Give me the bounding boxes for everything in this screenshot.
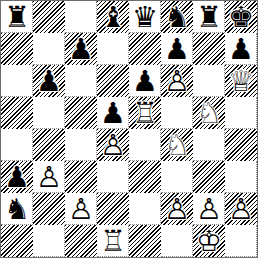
piece-halo: ♜ [193, 1, 225, 33]
square-f5[interactable] [161, 97, 193, 129]
square-g2[interactable]: ♟♙ [193, 193, 225, 225]
black-pawn-icon: ♟ [33, 65, 65, 97]
piece-halo: ♚ [225, 1, 257, 33]
square-c1[interactable] [65, 225, 97, 257]
piece-halo: ♟ [161, 193, 193, 225]
square-a4[interactable] [1, 129, 33, 161]
square-d5[interactable]: ♟♟ [97, 97, 129, 129]
chess-board: ♜♜♝♝♛♛♞♞♜♜♚♚♟♟♟♟♟♟♟♟♟♟♟♙♛♕♟♟♜♖♞♘♟♙♞♘♟♟♟♙… [0, 0, 258, 258]
square-b3[interactable]: ♟♙ [33, 161, 65, 193]
square-e8[interactable]: ♛♛ [129, 1, 161, 33]
white-pawn-icon: ♙ [65, 193, 97, 225]
square-d6[interactable] [97, 65, 129, 97]
piece-halo: ♟ [97, 97, 129, 129]
piece-halo: ♜ [129, 97, 161, 129]
square-g7[interactable] [193, 33, 225, 65]
square-h8[interactable]: ♚♚ [225, 1, 257, 33]
piece-halo: ♟ [1, 161, 33, 193]
piece-halo: ♟ [193, 193, 225, 225]
white-rook-icon: ♖ [97, 225, 129, 257]
black-rook-icon: ♜ [193, 1, 225, 33]
square-f1[interactable] [161, 225, 193, 257]
white-queen-icon: ♕ [225, 65, 257, 97]
square-g8[interactable]: ♜♜ [193, 1, 225, 33]
piece-halo: ♟ [97, 129, 129, 161]
square-g5[interactable]: ♞♘ [193, 97, 225, 129]
black-bishop-icon: ♝ [97, 1, 129, 33]
square-c3[interactable] [65, 161, 97, 193]
square-h5[interactable] [225, 97, 257, 129]
square-a5[interactable] [1, 97, 33, 129]
square-e3[interactable] [129, 161, 161, 193]
piece-halo: ♞ [161, 1, 193, 33]
square-c4[interactable] [65, 129, 97, 161]
square-e5[interactable]: ♜♖ [129, 97, 161, 129]
black-pawn-icon: ♟ [161, 33, 193, 65]
white-pawn-icon: ♙ [225, 193, 257, 225]
piece-halo: ♜ [1, 1, 33, 33]
piece-halo: ♟ [161, 65, 193, 97]
piece-halo: ♚ [193, 225, 225, 257]
piece-halo: ♟ [65, 33, 97, 65]
black-pawn-icon: ♟ [225, 33, 257, 65]
square-c7[interactable]: ♟♟ [65, 33, 97, 65]
square-a6[interactable] [1, 65, 33, 97]
black-pawn-icon: ♟ [65, 33, 97, 65]
black-knight-icon: ♞ [161, 1, 193, 33]
black-knight-icon: ♞ [1, 193, 33, 225]
square-b2[interactable] [33, 193, 65, 225]
square-a8[interactable]: ♜♜ [1, 1, 33, 33]
square-f8[interactable]: ♞♞ [161, 1, 193, 33]
square-h6[interactable]: ♛♕ [225, 65, 257, 97]
black-pawn-icon: ♟ [129, 65, 161, 97]
square-d1[interactable]: ♜♖ [97, 225, 129, 257]
square-e4[interactable] [129, 129, 161, 161]
square-g4[interactable] [193, 129, 225, 161]
piece-halo: ♟ [33, 65, 65, 97]
piece-halo: ♟ [225, 193, 257, 225]
black-pawn-icon: ♟ [97, 97, 129, 129]
piece-halo: ♞ [161, 129, 193, 161]
square-e1[interactable] [129, 225, 161, 257]
square-f7[interactable]: ♟♟ [161, 33, 193, 65]
square-d8[interactable]: ♝♝ [97, 1, 129, 33]
square-h2[interactable]: ♟♙ [225, 193, 257, 225]
square-h4[interactable] [225, 129, 257, 161]
piece-halo: ♟ [161, 33, 193, 65]
piece-halo: ♝ [97, 1, 129, 33]
square-a2[interactable]: ♞♞ [1, 193, 33, 225]
square-c6[interactable] [65, 65, 97, 97]
square-f2[interactable]: ♟♙ [161, 193, 193, 225]
white-king-icon: ♔ [193, 225, 225, 257]
square-b7[interactable] [33, 33, 65, 65]
square-b8[interactable] [33, 1, 65, 33]
square-g1[interactable]: ♚♔ [193, 225, 225, 257]
square-h3[interactable] [225, 161, 257, 193]
piece-halo: ♞ [1, 193, 33, 225]
black-pawn-icon: ♟ [1, 161, 33, 193]
piece-halo: ♟ [225, 33, 257, 65]
square-e7[interactable] [129, 33, 161, 65]
white-pawn-icon: ♙ [161, 65, 193, 97]
white-knight-icon: ♘ [193, 97, 225, 129]
square-h7[interactable]: ♟♟ [225, 33, 257, 65]
piece-halo: ♟ [33, 161, 65, 193]
white-rook-icon: ♖ [129, 97, 161, 129]
square-f3[interactable] [161, 161, 193, 193]
square-c8[interactable] [65, 1, 97, 33]
black-queen-icon: ♛ [129, 1, 161, 33]
piece-halo: ♛ [129, 1, 161, 33]
square-e2[interactable] [129, 193, 161, 225]
black-rook-icon: ♜ [1, 1, 33, 33]
square-d3[interactable] [97, 161, 129, 193]
square-c2[interactable]: ♟♙ [65, 193, 97, 225]
white-pawn-icon: ♙ [193, 193, 225, 225]
black-king-icon: ♚ [225, 1, 257, 33]
square-a7[interactable] [1, 33, 33, 65]
square-d4[interactable]: ♟♙ [97, 129, 129, 161]
square-f4[interactable]: ♞♘ [161, 129, 193, 161]
square-h1[interactable] [225, 225, 257, 257]
square-f6[interactable]: ♟♙ [161, 65, 193, 97]
square-g6[interactable] [193, 65, 225, 97]
piece-halo: ♟ [65, 193, 97, 225]
white-pawn-icon: ♙ [33, 161, 65, 193]
square-d7[interactable] [97, 33, 129, 65]
square-g3[interactable] [193, 161, 225, 193]
square-e6[interactable]: ♟♟ [129, 65, 161, 97]
square-c5[interactable] [65, 97, 97, 129]
piece-halo: ♞ [193, 97, 225, 129]
white-pawn-icon: ♙ [161, 193, 193, 225]
piece-halo: ♜ [97, 225, 129, 257]
square-b4[interactable] [33, 129, 65, 161]
square-b1[interactable] [33, 225, 65, 257]
square-d2[interactable] [97, 193, 129, 225]
white-pawn-icon: ♙ [97, 129, 129, 161]
square-a3[interactable]: ♟♟ [1, 161, 33, 193]
white-knight-icon: ♘ [161, 129, 193, 161]
piece-halo: ♟ [129, 65, 161, 97]
square-b6[interactable]: ♟♟ [33, 65, 65, 97]
square-a1[interactable] [1, 225, 33, 257]
piece-halo: ♛ [225, 65, 257, 97]
square-b5[interactable] [33, 97, 65, 129]
